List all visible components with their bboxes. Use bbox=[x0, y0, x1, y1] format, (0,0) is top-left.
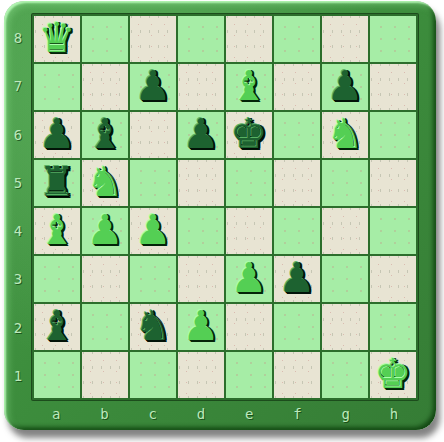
dark-pawn[interactable]: ♟ bbox=[135, 64, 172, 108]
square-f5[interactable] bbox=[274, 160, 320, 206]
light-bishop[interactable]: ♝ bbox=[231, 64, 268, 108]
light-king[interactable]: ♚ bbox=[375, 352, 412, 396]
file-label-b: b bbox=[80, 400, 128, 427]
rank-labels: 87654321 bbox=[4, 14, 32, 400]
square-g7[interactable]: ♟ bbox=[322, 64, 368, 110]
square-e3[interactable]: ♟ bbox=[226, 256, 272, 302]
square-f1[interactable] bbox=[274, 352, 320, 398]
square-f8[interactable] bbox=[274, 16, 320, 62]
dark-pawn[interactable]: ♟ bbox=[279, 256, 316, 300]
square-a5[interactable]: ♜ bbox=[34, 160, 80, 206]
file-label-g: g bbox=[322, 400, 370, 427]
square-g8[interactable] bbox=[322, 16, 368, 62]
square-a3[interactable] bbox=[34, 256, 80, 302]
square-g5[interactable] bbox=[322, 160, 368, 206]
square-c1[interactable] bbox=[130, 352, 176, 398]
square-g4[interactable] bbox=[322, 208, 368, 254]
file-labels: abcdefgh bbox=[32, 400, 418, 427]
file-label-f: f bbox=[273, 400, 321, 427]
square-h3[interactable] bbox=[370, 256, 416, 302]
rank-label-2: 2 bbox=[4, 304, 32, 352]
square-h4[interactable] bbox=[370, 208, 416, 254]
square-g3[interactable] bbox=[322, 256, 368, 302]
dark-bishop[interactable]: ♝ bbox=[87, 112, 124, 156]
file-label-c: c bbox=[129, 400, 177, 427]
square-e2[interactable] bbox=[226, 304, 272, 350]
square-c8[interactable] bbox=[130, 16, 176, 62]
light-pawn[interactable]: ♟ bbox=[231, 256, 268, 300]
square-f6[interactable] bbox=[274, 112, 320, 158]
square-e5[interactable] bbox=[226, 160, 272, 206]
dark-king[interactable]: ♚ bbox=[231, 112, 268, 156]
square-f3[interactable]: ♟ bbox=[274, 256, 320, 302]
square-a1[interactable] bbox=[34, 352, 80, 398]
square-f4[interactable] bbox=[274, 208, 320, 254]
rank-label-5: 5 bbox=[4, 159, 32, 207]
chessboard-screenshot: 87654321 ♛♟♝♟♟♝♟♚♞♜♞♝♟♟♟♟♝♞♟♚ abcdefgh bbox=[0, 0, 444, 442]
light-queen[interactable]: ♛ bbox=[39, 16, 76, 60]
square-e8[interactable] bbox=[226, 16, 272, 62]
square-a7[interactable] bbox=[34, 64, 80, 110]
rank-label-6: 6 bbox=[4, 111, 32, 159]
light-pawn[interactable]: ♟ bbox=[135, 208, 172, 252]
square-e4[interactable] bbox=[226, 208, 272, 254]
dark-bishop[interactable]: ♝ bbox=[39, 304, 76, 348]
board: ♛♟♝♟♟♝♟♚♞♜♞♝♟♟♟♟♝♞♟♚ bbox=[32, 14, 418, 400]
square-d4[interactable] bbox=[178, 208, 224, 254]
square-d3[interactable] bbox=[178, 256, 224, 302]
square-c4[interactable]: ♟ bbox=[130, 208, 176, 254]
square-g1[interactable] bbox=[322, 352, 368, 398]
square-c5[interactable] bbox=[130, 160, 176, 206]
square-g2[interactable] bbox=[322, 304, 368, 350]
file-label-h: h bbox=[370, 400, 418, 427]
square-e1[interactable] bbox=[226, 352, 272, 398]
square-c6[interactable] bbox=[130, 112, 176, 158]
square-d7[interactable] bbox=[178, 64, 224, 110]
square-h7[interactable] bbox=[370, 64, 416, 110]
dark-knight[interactable]: ♞ bbox=[135, 304, 172, 348]
square-a6[interactable]: ♟ bbox=[34, 112, 80, 158]
square-d8[interactable] bbox=[178, 16, 224, 62]
light-pawn[interactable]: ♟ bbox=[183, 304, 220, 348]
square-b6[interactable]: ♝ bbox=[82, 112, 128, 158]
square-e6[interactable]: ♚ bbox=[226, 112, 272, 158]
square-b2[interactable] bbox=[82, 304, 128, 350]
rank-label-4: 4 bbox=[4, 207, 32, 255]
square-h1[interactable]: ♚ bbox=[370, 352, 416, 398]
square-h2[interactable] bbox=[370, 304, 416, 350]
square-b3[interactable] bbox=[82, 256, 128, 302]
square-b4[interactable]: ♟ bbox=[82, 208, 128, 254]
square-b1[interactable] bbox=[82, 352, 128, 398]
square-c7[interactable]: ♟ bbox=[130, 64, 176, 110]
board-frame: 87654321 ♛♟♝♟♟♝♟♚♞♜♞♝♟♟♟♟♝♞♟♚ abcdefgh bbox=[4, 1, 436, 430]
rank-label-8: 8 bbox=[4, 14, 32, 62]
file-label-e: e bbox=[225, 400, 273, 427]
light-knight[interactable]: ♞ bbox=[327, 112, 364, 156]
square-a2[interactable]: ♝ bbox=[34, 304, 80, 350]
square-h6[interactable] bbox=[370, 112, 416, 158]
light-knight[interactable]: ♞ bbox=[87, 160, 124, 204]
square-c2[interactable]: ♞ bbox=[130, 304, 176, 350]
square-d6[interactable]: ♟ bbox=[178, 112, 224, 158]
square-a4[interactable]: ♝ bbox=[34, 208, 80, 254]
square-f2[interactable] bbox=[274, 304, 320, 350]
rank-label-7: 7 bbox=[4, 62, 32, 110]
square-a8[interactable]: ♛ bbox=[34, 16, 80, 62]
square-b7[interactable] bbox=[82, 64, 128, 110]
dark-pawn[interactable]: ♟ bbox=[39, 112, 76, 156]
square-d5[interactable] bbox=[178, 160, 224, 206]
square-d2[interactable]: ♟ bbox=[178, 304, 224, 350]
rank-label-1: 1 bbox=[4, 352, 32, 400]
square-h8[interactable] bbox=[370, 16, 416, 62]
square-b5[interactable]: ♞ bbox=[82, 160, 128, 206]
dark-rook[interactable]: ♜ bbox=[39, 160, 76, 204]
light-pawn[interactable]: ♟ bbox=[87, 208, 124, 252]
dark-pawn[interactable]: ♟ bbox=[183, 112, 220, 156]
file-label-a: a bbox=[32, 400, 80, 427]
square-c3[interactable] bbox=[130, 256, 176, 302]
square-f7[interactable] bbox=[274, 64, 320, 110]
square-e7[interactable]: ♝ bbox=[226, 64, 272, 110]
square-b8[interactable] bbox=[82, 16, 128, 62]
square-d1[interactable] bbox=[178, 352, 224, 398]
light-bishop[interactable]: ♝ bbox=[39, 208, 76, 252]
dark-pawn[interactable]: ♟ bbox=[327, 64, 364, 108]
file-label-d: d bbox=[177, 400, 225, 427]
rank-label-3: 3 bbox=[4, 255, 32, 303]
square-g6[interactable]: ♞ bbox=[322, 112, 368, 158]
square-h5[interactable] bbox=[370, 160, 416, 206]
